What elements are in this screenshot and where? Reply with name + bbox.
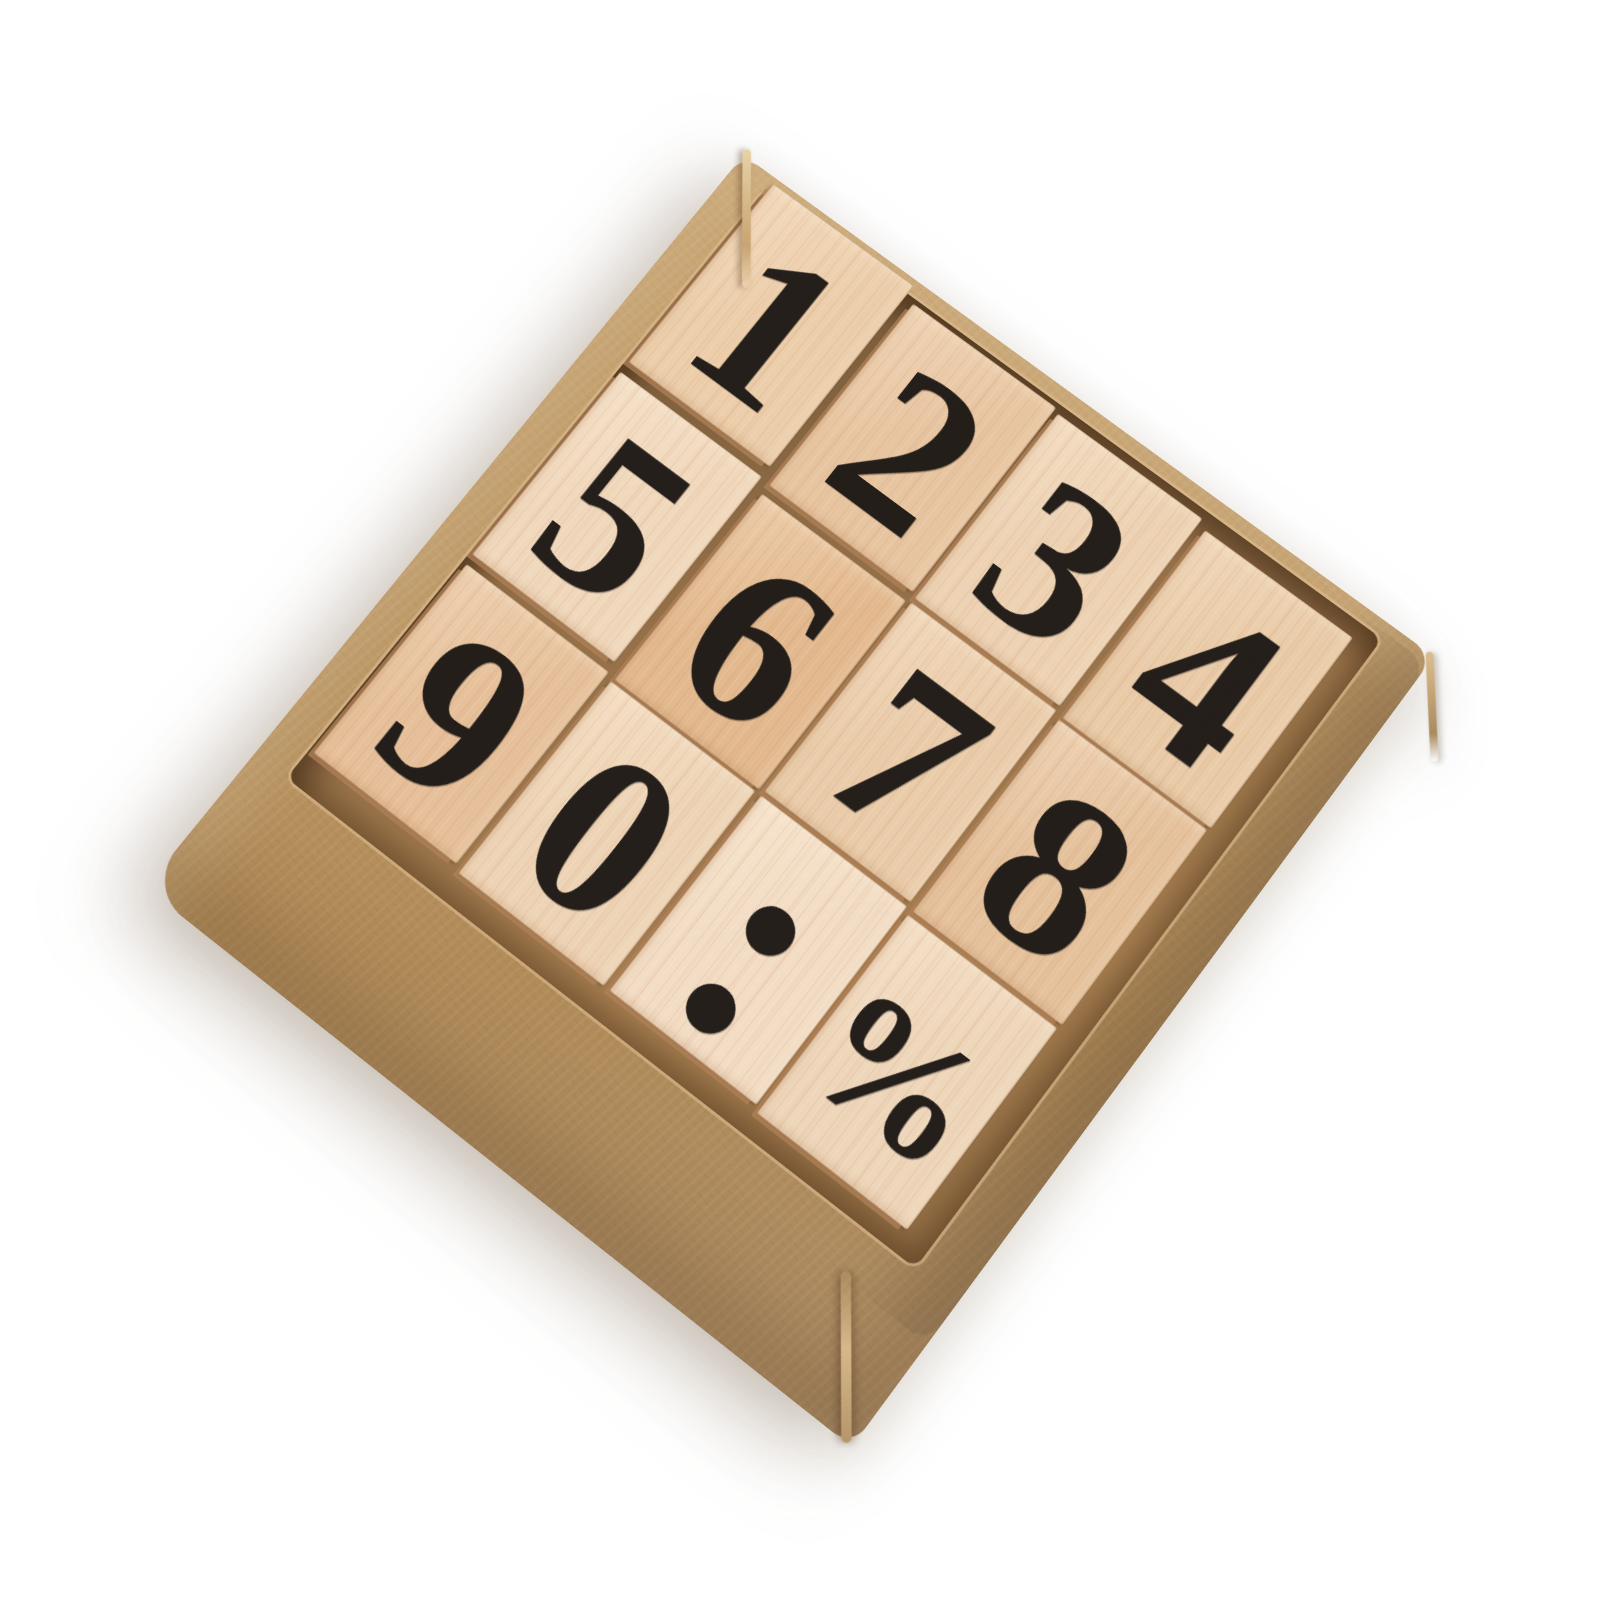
box-corner-seam-bottom xyxy=(841,1271,852,1443)
product-photo: 1 2 3 4 5 6 7 8 9 xyxy=(0,0,1600,1600)
box-corner-seam-right xyxy=(1425,652,1438,762)
box-corner-seam-top xyxy=(742,149,751,287)
kraft-stamp-box: 1 2 3 4 5 6 7 8 9 xyxy=(145,155,1434,1447)
